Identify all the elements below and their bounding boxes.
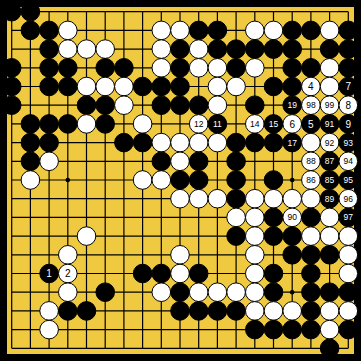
black-stone	[302, 208, 321, 227]
black-stone	[339, 283, 358, 302]
black-stone	[246, 133, 265, 152]
black-stone	[133, 77, 152, 96]
black-stone	[115, 133, 134, 152]
black-stone	[264, 283, 283, 302]
black-stone	[171, 302, 190, 321]
black-stone	[264, 133, 283, 152]
black-stone	[302, 21, 321, 40]
black-stone	[264, 320, 283, 339]
white-stone	[152, 59, 171, 78]
white-stone	[264, 302, 283, 321]
move-number-label: 89	[325, 194, 335, 204]
white-stone	[246, 208, 265, 227]
white-stone	[283, 302, 302, 321]
white-stone	[152, 171, 171, 190]
black-stone	[189, 96, 208, 115]
black-stone	[227, 133, 246, 152]
go-board[interactable]: 1245678911121415171985868788899091929394…	[0, 0, 361, 361]
move-number-label: 14	[250, 119, 260, 129]
move-number-label: 95	[344, 175, 354, 185]
white-stone	[77, 77, 96, 96]
black-stone	[246, 40, 265, 59]
black-stone	[227, 227, 246, 246]
white-stone	[171, 264, 190, 283]
black-stone	[339, 21, 358, 40]
black-stone	[302, 283, 321, 302]
white-stone	[339, 302, 358, 321]
white-stone	[208, 59, 227, 78]
white-stone	[189, 283, 208, 302]
white-stone	[115, 77, 134, 96]
white-stone	[320, 77, 339, 96]
black-stone	[59, 115, 78, 134]
white-stone	[40, 320, 59, 339]
white-stone	[208, 96, 227, 115]
black-stone	[171, 171, 190, 190]
black-stone	[77, 302, 96, 321]
black-stone	[40, 133, 59, 152]
white-stone	[152, 40, 171, 59]
black-stone	[152, 264, 171, 283]
white-stone	[320, 21, 339, 40]
move-number-label: 15	[269, 119, 279, 129]
black-stone	[264, 208, 283, 227]
white-stone	[339, 227, 358, 246]
black-stone	[189, 171, 208, 190]
black-stone	[77, 96, 96, 115]
black-stone	[227, 40, 246, 59]
white-stone	[320, 302, 339, 321]
black-stone	[339, 40, 358, 59]
black-stone	[208, 21, 227, 40]
move-number-label: 11	[213, 119, 222, 129]
black-stone	[2, 77, 21, 96]
move-number-label: 85	[325, 175, 335, 185]
black-stone	[246, 96, 265, 115]
white-stone	[264, 189, 283, 208]
black-stone	[21, 21, 40, 40]
white-stone	[320, 227, 339, 246]
black-stone	[189, 302, 208, 321]
black-stone	[246, 320, 265, 339]
black-stone	[264, 264, 283, 283]
move-number-label: 4	[308, 81, 314, 92]
move-number-label: 91	[325, 119, 335, 129]
white-stone	[246, 21, 265, 40]
white-stone	[133, 171, 152, 190]
move-number-label: 12	[194, 119, 204, 129]
black-stone	[171, 96, 190, 115]
black-stone	[264, 77, 283, 96]
move-number-label: 8	[346, 100, 352, 111]
white-stone	[246, 302, 265, 321]
white-stone	[189, 59, 208, 78]
star-point	[290, 290, 295, 295]
white-stone	[208, 283, 227, 302]
white-stone	[246, 227, 265, 246]
black-stone	[133, 264, 152, 283]
black-stone	[302, 320, 321, 339]
white-stone	[208, 133, 227, 152]
star-point	[290, 178, 295, 183]
black-stone	[21, 133, 40, 152]
white-stone	[133, 115, 152, 134]
black-stone	[59, 302, 78, 321]
move-number-label: 9	[346, 119, 352, 130]
white-stone	[77, 115, 96, 134]
black-stone	[320, 283, 339, 302]
move-number-label: 19	[287, 100, 297, 110]
black-stone	[283, 77, 302, 96]
move-number-label: 2	[65, 268, 71, 279]
black-stone	[40, 40, 59, 59]
white-stone	[59, 246, 78, 265]
move-number-label: 96	[344, 194, 354, 204]
white-stone	[96, 40, 115, 59]
white-stone	[40, 152, 59, 171]
star-point	[66, 178, 71, 183]
white-stone	[264, 21, 283, 40]
move-number-label: 1	[46, 268, 52, 279]
move-number-label: 97	[344, 212, 354, 222]
black-stone	[96, 115, 115, 134]
white-stone	[320, 59, 339, 78]
black-stone	[2, 59, 21, 78]
white-stone	[21, 171, 40, 190]
black-stone	[40, 59, 59, 78]
white-stone	[152, 283, 171, 302]
black-stone	[283, 246, 302, 265]
black-stone	[133, 133, 152, 152]
white-stone	[40, 302, 59, 321]
black-stone	[227, 302, 246, 321]
move-number-label: 93	[344, 138, 354, 148]
white-stone	[96, 77, 115, 96]
black-stone	[339, 320, 358, 339]
black-stone	[227, 59, 246, 78]
black-stone	[115, 59, 134, 78]
black-stone	[264, 40, 283, 59]
move-number-label: 92	[325, 138, 335, 148]
white-stone	[302, 133, 321, 152]
move-number-label: 86	[306, 175, 316, 185]
black-stone	[171, 40, 190, 59]
move-number-label: 98	[306, 100, 316, 110]
black-stone	[320, 246, 339, 265]
white-stone	[246, 59, 265, 78]
black-stone	[208, 302, 227, 321]
black-stone	[302, 302, 321, 321]
black-stone	[2, 96, 21, 115]
black-stone	[302, 59, 321, 78]
black-stone	[302, 264, 321, 283]
white-stone	[339, 264, 358, 283]
black-stone	[339, 59, 358, 78]
black-stone	[2, 2, 21, 21]
white-stone	[171, 246, 190, 265]
white-stone	[59, 283, 78, 302]
board-svg: 1245678911121415171985868788899091929394…	[0, 0, 361, 361]
move-number-label: 88	[306, 156, 316, 166]
white-stone	[302, 189, 321, 208]
white-stone	[339, 246, 358, 265]
move-number-label: 90	[287, 212, 297, 222]
white-stone	[246, 264, 265, 283]
black-stone	[320, 339, 339, 358]
black-stone	[59, 59, 78, 78]
black-stone	[189, 21, 208, 40]
black-stone	[320, 40, 339, 59]
white-stone	[171, 152, 190, 171]
black-stone	[264, 227, 283, 246]
white-stone	[208, 77, 227, 96]
black-stone	[40, 21, 59, 40]
black-stone	[283, 320, 302, 339]
black-stone	[283, 59, 302, 78]
white-stone	[227, 77, 246, 96]
white-stone	[246, 189, 265, 208]
black-stone	[40, 77, 59, 96]
black-stone	[171, 283, 190, 302]
black-stone	[152, 96, 171, 115]
white-stone	[320, 320, 339, 339]
white-stone	[189, 189, 208, 208]
white-stone	[171, 189, 190, 208]
white-stone	[59, 21, 78, 40]
black-stone	[21, 152, 40, 171]
black-stone	[283, 40, 302, 59]
black-stone	[227, 171, 246, 190]
black-stone	[96, 283, 115, 302]
black-stone	[96, 96, 115, 115]
white-stone	[77, 40, 96, 59]
white-stone	[246, 283, 265, 302]
move-number-label: 5	[308, 119, 314, 130]
black-stone	[171, 59, 190, 78]
white-stone	[115, 96, 134, 115]
white-stone	[283, 189, 302, 208]
white-stone	[152, 21, 171, 40]
black-stone	[227, 189, 246, 208]
move-number-label: 17	[287, 138, 297, 148]
white-stone	[77, 227, 96, 246]
white-stone	[320, 208, 339, 227]
white-stone	[171, 133, 190, 152]
move-number-label: 87	[325, 156, 335, 166]
white-stone	[246, 246, 265, 265]
black-stone	[189, 264, 208, 283]
black-stone	[208, 40, 227, 59]
move-number-label: 99	[325, 100, 335, 110]
move-number-label: 7	[346, 81, 352, 92]
white-stone	[189, 133, 208, 152]
white-stone	[152, 133, 171, 152]
black-stone	[227, 152, 246, 171]
black-stone	[189, 152, 208, 171]
black-stone	[171, 77, 190, 96]
move-number-label: 6	[289, 119, 295, 130]
white-stone	[59, 40, 78, 59]
black-stone	[283, 21, 302, 40]
black-stone	[40, 115, 59, 134]
screenshot-root: 1245678911121415171985868788899091929394…	[0, 0, 361, 361]
black-stone	[21, 115, 40, 134]
black-stone	[264, 171, 283, 190]
white-stone	[227, 283, 246, 302]
white-stone	[208, 189, 227, 208]
black-stone	[59, 77, 78, 96]
white-stone	[227, 208, 246, 227]
black-stone	[96, 59, 115, 78]
black-stone	[283, 227, 302, 246]
white-stone	[189, 40, 208, 59]
black-stone	[152, 77, 171, 96]
black-stone	[21, 2, 40, 21]
black-stone	[152, 152, 171, 171]
move-number-label: 94	[344, 156, 354, 166]
white-stone	[171, 21, 190, 40]
black-stone	[302, 246, 321, 265]
white-stone	[302, 227, 321, 246]
